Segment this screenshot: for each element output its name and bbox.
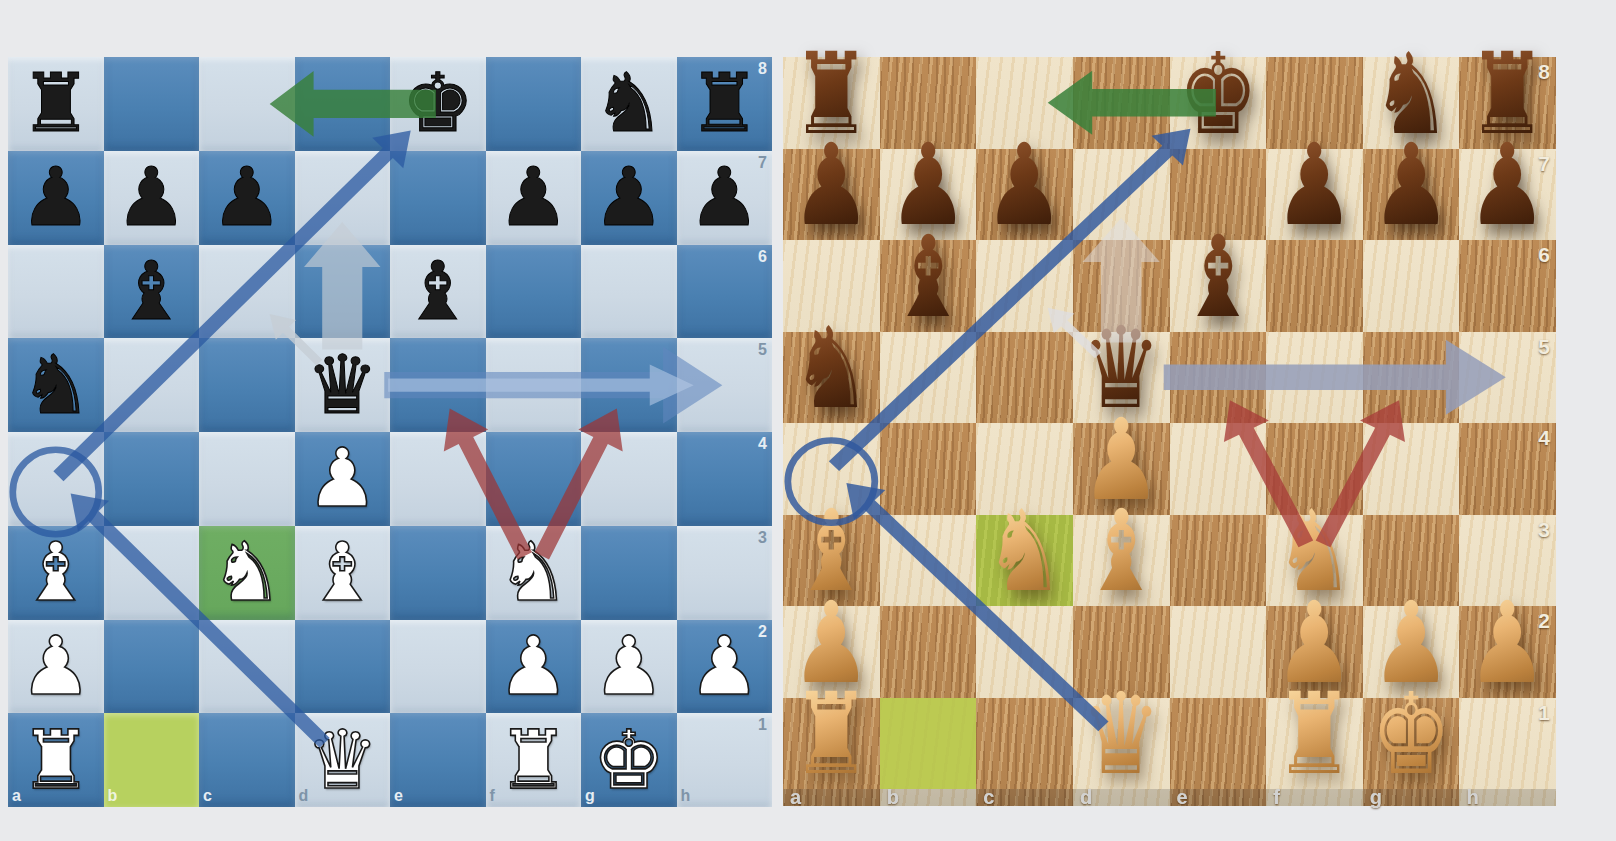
square-g7[interactable]: ♟ (581, 151, 677, 245)
square-f5[interactable] (486, 338, 582, 432)
square-c6[interactable] (199, 245, 295, 339)
piece-black-pawn[interactable]: ♟ (782, 129, 881, 242)
board-edge-segment-f: f (1266, 789, 1363, 806)
square-a7[interactable]: ♟ (8, 151, 104, 245)
square-f2[interactable]: ♟ (486, 620, 582, 714)
square-h7[interactable]: ♟7 (677, 151, 773, 245)
piece-white-knight[interactable]: ♞ (199, 526, 295, 620)
square-f4[interactable] (486, 432, 582, 526)
rank-label-6: 6 (1538, 243, 1550, 267)
square-h2[interactable]: ♟2 (1459, 606, 1556, 698)
file-label-b: b (108, 787, 118, 805)
piece-black-pawn[interactable]: ♟ (486, 151, 582, 245)
square-h1[interactable]: h1 (677, 713, 773, 807)
file-label-e: e (394, 787, 403, 805)
square-e2[interactable] (1170, 606, 1267, 698)
square-c5[interactable] (199, 338, 295, 432)
piece-black-rook[interactable]: ♜ (8, 57, 104, 151)
piece-white-bishop[interactable]: ♝ (295, 526, 391, 620)
rank-label-6: 6 (758, 248, 767, 266)
square-g7[interactable]: ♟ (1363, 149, 1460, 241)
square-a4[interactable] (8, 432, 104, 526)
square-e8[interactable]: ♚ (1170, 57, 1267, 149)
square-e4[interactable] (390, 432, 486, 526)
square-c7[interactable]: ♟ (199, 151, 295, 245)
square-c5[interactable] (976, 332, 1073, 424)
square-h5[interactable]: 5 (1459, 332, 1556, 424)
piece-black-rook[interactable]: ♜ (677, 57, 773, 151)
square-h4[interactable]: 4 (1459, 423, 1556, 515)
square-d1[interactable]: ♛ (1073, 698, 1170, 790)
rank-label-4: 4 (1538, 426, 1550, 450)
square-e1[interactable] (1170, 698, 1267, 790)
square-b1[interactable] (880, 698, 977, 790)
file-label-h: h (681, 787, 691, 805)
square-e3[interactable] (390, 526, 486, 620)
square-b3[interactable] (104, 526, 200, 620)
square-h8[interactable]: ♜8 (677, 57, 773, 151)
square-g8[interactable]: ♞ (581, 57, 677, 151)
square-g1[interactable]: ♚ (1363, 698, 1460, 790)
square-c3[interactable]: ♞ (976, 515, 1073, 607)
square-b2[interactable] (104, 620, 200, 714)
square-d8[interactable] (295, 57, 391, 151)
square-c6[interactable] (976, 240, 1073, 332)
square-h4[interactable]: 4 (677, 432, 773, 526)
piece-white-bishop[interactable]: ♝ (1072, 495, 1171, 608)
square-b1[interactable]: b (104, 713, 200, 807)
square-e1[interactable]: e (390, 713, 486, 807)
rank-label-4: 4 (758, 435, 767, 453)
board-edge-segment-d: d (1073, 789, 1170, 806)
square-b5[interactable] (880, 332, 977, 424)
square-f1[interactable]: ♜ (1266, 698, 1363, 790)
file-label-c: c (203, 787, 212, 805)
piece-black-queen[interactable]: ♛ (295, 338, 391, 432)
square-g6[interactable] (581, 245, 677, 339)
square-a7[interactable]: ♟ (783, 149, 880, 241)
rank-label-5: 5 (758, 341, 767, 359)
file-label-a: a (790, 786, 801, 809)
square-h3[interactable]: 3 (677, 526, 773, 620)
board-edge-segment-b: b (880, 789, 977, 806)
rank-label-1: 1 (758, 716, 767, 734)
square-b3[interactable] (880, 515, 977, 607)
piece-black-bishop[interactable]: ♝ (390, 245, 486, 339)
piece-black-pawn[interactable]: ♟ (8, 151, 104, 245)
square-f8[interactable] (486, 57, 582, 151)
piece-white-pawn[interactable]: ♟ (486, 620, 582, 714)
board-3d-wood: ♜♚♞♜8♟♟♟♟♟♟7♝♝6♞♛5♟4♝♞♝♞3♟♟♟♟2♜♛♜♚1 (783, 57, 1556, 789)
square-c2[interactable] (976, 606, 1073, 698)
file-label-g: g (1370, 786, 1382, 809)
rank-label-3: 3 (758, 529, 767, 547)
square-b8[interactable] (104, 57, 200, 151)
piece-black-knight[interactable]: ♞ (8, 338, 104, 432)
square-d6[interactable] (295, 245, 391, 339)
piece-black-pawn[interactable]: ♟ (1362, 129, 1461, 242)
square-c7[interactable]: ♟ (976, 149, 1073, 241)
rank-label-5: 5 (1538, 335, 1550, 359)
square-h6[interactable]: 6 (677, 245, 773, 339)
square-e4[interactable] (1170, 423, 1267, 515)
square-d3[interactable]: ♝ (295, 526, 391, 620)
square-e5[interactable] (390, 338, 486, 432)
board-edge-segment-e: e (1170, 789, 1267, 806)
file-label-f: f (1273, 786, 1280, 809)
square-g5[interactable] (1363, 332, 1460, 424)
square-g4[interactable] (581, 432, 677, 526)
square-h2[interactable]: ♟2 (677, 620, 773, 714)
board-edge-segment-c: c (976, 789, 1073, 806)
square-d2[interactable] (295, 620, 391, 714)
piece-black-pawn[interactable]: ♟ (677, 151, 773, 245)
piece-white-pawn[interactable]: ♟ (8, 620, 104, 714)
square-h5[interactable]: 5 (677, 338, 773, 432)
square-g4[interactable] (1363, 423, 1460, 515)
square-a6[interactable] (8, 245, 104, 339)
square-a2[interactable]: ♟ (8, 620, 104, 714)
square-a5[interactable]: ♞ (783, 332, 880, 424)
board-2d-diagram: ♜♚♞♜8♟♟♟♟♟♟7♝♝6♞♛5♟4♝♞♝♞3♟♟♟♟2♜abc♛de♜f♚… (8, 57, 772, 807)
rank-label-1: 1 (1538, 701, 1550, 725)
square-f7[interactable]: ♟ (1266, 149, 1363, 241)
square-c8[interactable] (199, 57, 295, 151)
piece-white-bishop[interactable]: ♝ (8, 526, 104, 620)
square-d4[interactable]: ♟ (295, 432, 391, 526)
square-a8[interactable]: ♜ (8, 57, 104, 151)
board-edge-segment-a: a (783, 789, 880, 806)
piece-black-bishop[interactable]: ♝ (104, 245, 200, 339)
square-g1[interactable]: ♚g (581, 713, 677, 807)
square-e7[interactable] (390, 151, 486, 245)
board-edge-segment-h: h (1459, 789, 1556, 806)
square-h6[interactable]: 6 (1459, 240, 1556, 332)
piece-white-queen[interactable]: ♛ (1072, 678, 1171, 791)
board-3d-bottom-edge: abcdefgh (783, 789, 1556, 806)
square-c4[interactable] (199, 432, 295, 526)
square-a5[interactable]: ♞ (8, 338, 104, 432)
square-g2[interactable]: ♟ (581, 620, 677, 714)
square-e6[interactable]: ♝ (1170, 240, 1267, 332)
piece-black-pawn[interactable]: ♟ (199, 151, 295, 245)
square-d3[interactable]: ♝ (1073, 515, 1170, 607)
square-e3[interactable] (1170, 515, 1267, 607)
piece-white-knight[interactable]: ♞ (975, 495, 1074, 608)
square-f7[interactable]: ♟ (486, 151, 582, 245)
piece-black-bishop[interactable]: ♝ (1169, 221, 1268, 334)
piece-white-pawn[interactable]: ♟ (677, 620, 773, 714)
square-b4[interactable] (104, 432, 200, 526)
board-edge-segment-g: g (1363, 789, 1460, 806)
piece-white-pawn[interactable]: ♟ (1458, 587, 1557, 700)
square-e5[interactable] (1170, 332, 1267, 424)
piece-black-pawn[interactable]: ♟ (1265, 129, 1364, 242)
file-label-d: d (1080, 786, 1092, 809)
square-e6[interactable]: ♝ (390, 245, 486, 339)
square-f3[interactable]: ♞ (486, 526, 582, 620)
piece-white-king[interactable]: ♚ (581, 713, 677, 807)
piece-white-queen[interactable]: ♛ (295, 713, 391, 807)
square-c1[interactable]: c (199, 713, 295, 807)
square-d8[interactable] (1073, 57, 1170, 149)
square-b2[interactable] (880, 606, 977, 698)
square-d7[interactable] (1073, 149, 1170, 241)
square-h1[interactable]: 1 (1459, 698, 1556, 790)
square-f5[interactable] (1266, 332, 1363, 424)
piece-white-king[interactable]: ♚ (1362, 678, 1461, 791)
square-b5[interactable] (104, 338, 200, 432)
piece-black-pawn[interactable]: ♟ (1458, 129, 1557, 242)
square-g6[interactable] (1363, 240, 1460, 332)
square-d7[interactable] (295, 151, 391, 245)
piece-black-pawn[interactable]: ♟ (581, 151, 677, 245)
square-g5[interactable] (581, 338, 677, 432)
square-f6[interactable] (1266, 240, 1363, 332)
square-e2[interactable] (390, 620, 486, 714)
file-label-b: b (887, 786, 899, 809)
piece-white-rook[interactable]: ♜ (1265, 678, 1364, 791)
piece-white-pawn[interactable]: ♟ (295, 432, 391, 526)
piece-white-knight[interactable]: ♞ (486, 526, 582, 620)
piece-white-rook[interactable]: ♜ (782, 678, 881, 791)
piece-black-knight[interactable]: ♞ (782, 312, 881, 425)
square-c3[interactable]: ♞ (199, 526, 295, 620)
piece-black-pawn[interactable]: ♟ (104, 151, 200, 245)
piece-black-king[interactable]: ♚ (390, 57, 486, 151)
square-d5[interactable]: ♛ (295, 338, 391, 432)
piece-white-pawn[interactable]: ♟ (581, 620, 677, 714)
square-b6[interactable]: ♝ (104, 245, 200, 339)
square-a3[interactable]: ♝ (8, 526, 104, 620)
piece-white-rook[interactable]: ♜ (8, 713, 104, 807)
piece-black-bishop[interactable]: ♝ (879, 221, 978, 334)
square-f1[interactable]: ♜f (486, 713, 582, 807)
file-label-e: e (1177, 786, 1188, 809)
square-b4[interactable] (880, 423, 977, 515)
square-e8[interactable]: ♚ (390, 57, 486, 151)
piece-white-rook[interactable]: ♜ (486, 713, 582, 807)
piece-black-knight[interactable]: ♞ (581, 57, 677, 151)
square-d1[interactable]: ♛d (295, 713, 391, 807)
piece-black-pawn[interactable]: ♟ (975, 129, 1074, 242)
square-g3[interactable] (581, 526, 677, 620)
square-b7[interactable]: ♟ (104, 151, 200, 245)
file-label-c: c (983, 786, 994, 809)
file-label-h: h (1466, 786, 1478, 809)
square-c1[interactable] (976, 698, 1073, 790)
rank-label-3: 3 (1538, 518, 1550, 542)
square-h7[interactable]: ♟7 (1459, 149, 1556, 241)
square-a1[interactable]: ♜a (8, 713, 104, 807)
square-f6[interactable] (486, 245, 582, 339)
square-b6[interactable]: ♝ (880, 240, 977, 332)
piece-black-king[interactable]: ♚ (1169, 38, 1268, 151)
square-c2[interactable] (199, 620, 295, 714)
square-a1[interactable]: ♜ (783, 698, 880, 790)
